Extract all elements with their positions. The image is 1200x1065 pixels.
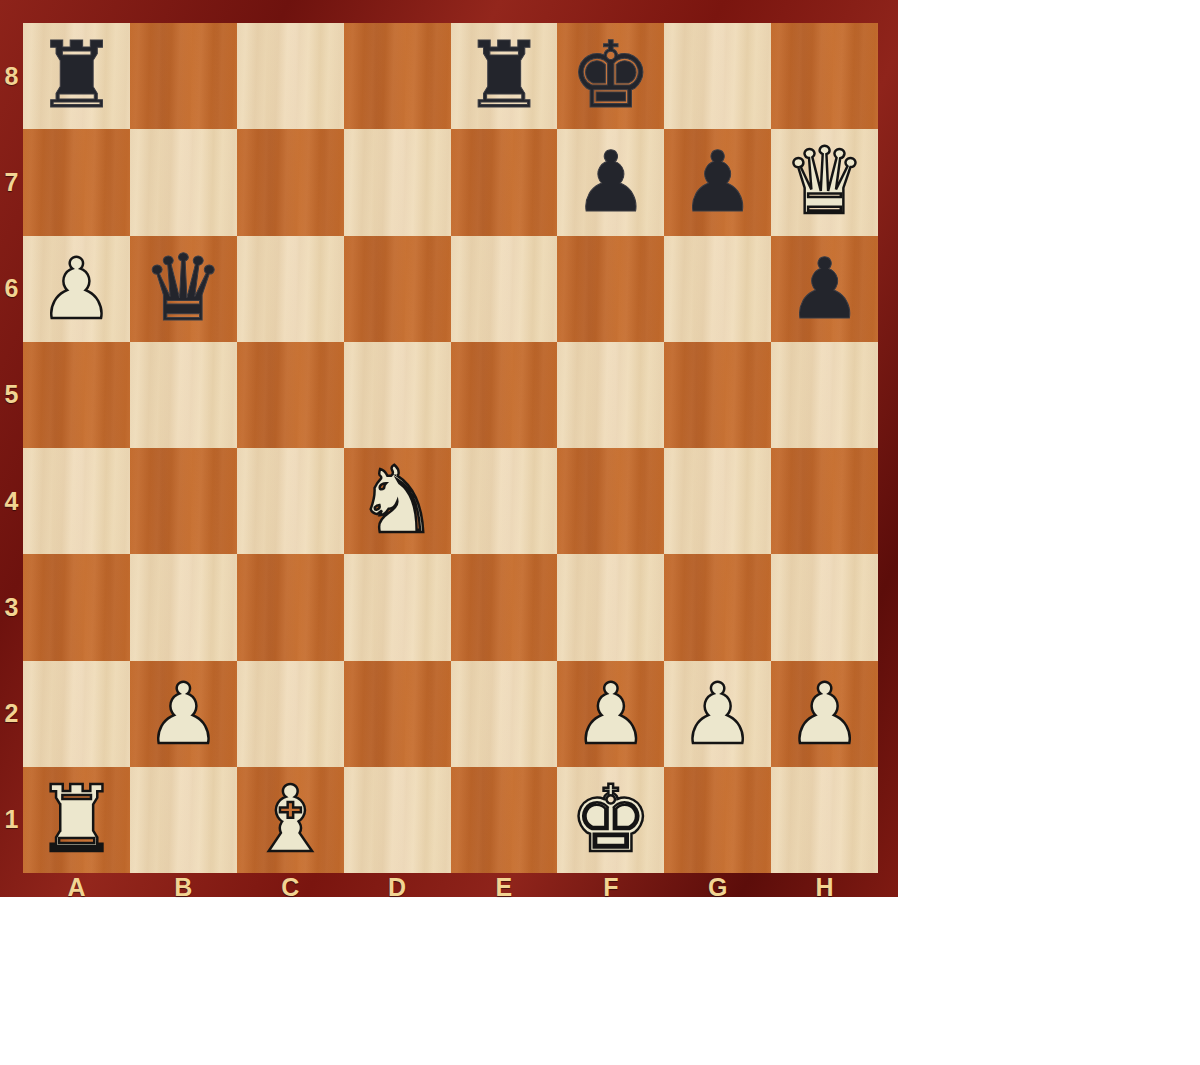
chess-board: ♜♜♚♟♟♛♟♛♟♞♟♟♟♟♜♝♚ bbox=[23, 23, 878, 873]
square-c2[interactable] bbox=[237, 661, 344, 767]
square-b2[interactable]: ♟ bbox=[130, 661, 237, 767]
square-g1[interactable] bbox=[664, 767, 771, 873]
piece-white-king-f1[interactable]: ♚ bbox=[570, 774, 652, 866]
piece-white-pawn-f2[interactable]: ♟ bbox=[573, 672, 648, 756]
square-e5[interactable] bbox=[451, 342, 558, 448]
chess-diagram: 87654321 ♜♜♚♟♟♛♟♛♟♞♟♟♟♟♜♝♚ ABCDEFGH bbox=[0, 0, 898, 897]
piece-black-queen-b6[interactable]: ♛ bbox=[142, 243, 224, 335]
square-e7[interactable] bbox=[451, 129, 558, 235]
rank-label-4: 4 bbox=[0, 448, 23, 554]
square-h3[interactable] bbox=[771, 554, 878, 660]
square-h2[interactable]: ♟ bbox=[771, 661, 878, 767]
square-c7[interactable] bbox=[237, 129, 344, 235]
square-c4[interactable] bbox=[237, 448, 344, 554]
square-a5[interactable] bbox=[23, 342, 130, 448]
square-f5[interactable] bbox=[557, 342, 664, 448]
square-d7[interactable] bbox=[344, 129, 451, 235]
square-g8[interactable] bbox=[664, 23, 771, 129]
file-labels: ABCDEFGH bbox=[23, 873, 878, 897]
square-f2[interactable]: ♟ bbox=[557, 661, 664, 767]
page-background: 87654321 ♜♜♚♟♟♛♟♛♟♞♟♟♟♟♜♝♚ ABCDEFGH bbox=[0, 0, 1200, 1065]
file-label-c: C bbox=[237, 873, 344, 902]
square-f6[interactable] bbox=[557, 236, 664, 342]
square-a1[interactable]: ♜ bbox=[23, 767, 130, 873]
square-g5[interactable] bbox=[664, 342, 771, 448]
file-label-g: G bbox=[664, 873, 771, 902]
piece-white-pawn-h2[interactable]: ♟ bbox=[787, 672, 862, 756]
square-h8[interactable] bbox=[771, 23, 878, 129]
rank-label-7: 7 bbox=[0, 129, 23, 235]
square-a4[interactable] bbox=[23, 448, 130, 554]
piece-white-rook-a1[interactable]: ♜ bbox=[35, 774, 117, 866]
square-h6[interactable]: ♟ bbox=[771, 236, 878, 342]
piece-black-rook-e8[interactable]: ♜ bbox=[463, 30, 545, 122]
piece-white-knight-d4[interactable]: ♞ bbox=[356, 455, 438, 547]
square-b7[interactable] bbox=[130, 129, 237, 235]
square-g4[interactable] bbox=[664, 448, 771, 554]
square-a2[interactable] bbox=[23, 661, 130, 767]
square-e1[interactable] bbox=[451, 767, 558, 873]
piece-black-pawn-g7[interactable]: ♟ bbox=[680, 140, 755, 224]
square-e2[interactable] bbox=[451, 661, 558, 767]
square-d4[interactable]: ♞ bbox=[344, 448, 451, 554]
square-c5[interactable] bbox=[237, 342, 344, 448]
square-h5[interactable] bbox=[771, 342, 878, 448]
square-a3[interactable] bbox=[23, 554, 130, 660]
square-c8[interactable] bbox=[237, 23, 344, 129]
square-f7[interactable]: ♟ bbox=[557, 129, 664, 235]
piece-white-pawn-a6[interactable]: ♟ bbox=[39, 247, 114, 331]
square-c6[interactable] bbox=[237, 236, 344, 342]
square-g6[interactable] bbox=[664, 236, 771, 342]
file-label-b: B bbox=[130, 873, 237, 902]
square-d2[interactable] bbox=[344, 661, 451, 767]
rank-label-1: 1 bbox=[0, 767, 23, 873]
piece-white-queen-h7[interactable]: ♛ bbox=[783, 136, 865, 228]
piece-black-pawn-f7[interactable]: ♟ bbox=[573, 140, 648, 224]
file-label-h: H bbox=[771, 873, 878, 902]
piece-black-rook-a8[interactable]: ♜ bbox=[35, 30, 117, 122]
square-d5[interactable] bbox=[344, 342, 451, 448]
square-b8[interactable] bbox=[130, 23, 237, 129]
piece-black-king-f8[interactable]: ♚ bbox=[570, 30, 652, 122]
square-b1[interactable] bbox=[130, 767, 237, 873]
square-c1[interactable]: ♝ bbox=[237, 767, 344, 873]
square-a6[interactable]: ♟ bbox=[23, 236, 130, 342]
square-d8[interactable] bbox=[344, 23, 451, 129]
square-e8[interactable]: ♜ bbox=[451, 23, 558, 129]
square-d1[interactable] bbox=[344, 767, 451, 873]
square-g3[interactable] bbox=[664, 554, 771, 660]
piece-black-pawn-h6[interactable]: ♟ bbox=[787, 247, 862, 331]
square-h7[interactable]: ♛ bbox=[771, 129, 878, 235]
file-label-a: A bbox=[23, 873, 130, 902]
square-b3[interactable] bbox=[130, 554, 237, 660]
square-c3[interactable] bbox=[237, 554, 344, 660]
rank-label-5: 5 bbox=[0, 342, 23, 448]
square-b5[interactable] bbox=[130, 342, 237, 448]
square-b4[interactable] bbox=[130, 448, 237, 554]
square-b6[interactable]: ♛ bbox=[130, 236, 237, 342]
square-d3[interactable] bbox=[344, 554, 451, 660]
square-a8[interactable]: ♜ bbox=[23, 23, 130, 129]
square-e4[interactable] bbox=[451, 448, 558, 554]
piece-white-pawn-b2[interactable]: ♟ bbox=[146, 672, 221, 756]
square-h1[interactable] bbox=[771, 767, 878, 873]
piece-white-bishop-c1[interactable]: ♝ bbox=[249, 774, 331, 866]
square-f3[interactable] bbox=[557, 554, 664, 660]
square-f4[interactable] bbox=[557, 448, 664, 554]
file-label-f: F bbox=[557, 873, 664, 902]
square-g7[interactable]: ♟ bbox=[664, 129, 771, 235]
square-e6[interactable] bbox=[451, 236, 558, 342]
square-d6[interactable] bbox=[344, 236, 451, 342]
file-label-d: D bbox=[344, 873, 451, 902]
file-label-e: E bbox=[451, 873, 558, 902]
square-f8[interactable]: ♚ bbox=[557, 23, 664, 129]
piece-white-pawn-g2[interactable]: ♟ bbox=[680, 672, 755, 756]
square-f1[interactable]: ♚ bbox=[557, 767, 664, 873]
square-e3[interactable] bbox=[451, 554, 558, 660]
rank-label-2: 2 bbox=[0, 661, 23, 767]
square-a7[interactable] bbox=[23, 129, 130, 235]
rank-labels: 87654321 bbox=[0, 23, 23, 873]
square-h4[interactable] bbox=[771, 448, 878, 554]
square-g2[interactable]: ♟ bbox=[664, 661, 771, 767]
rank-label-3: 3 bbox=[0, 554, 23, 660]
rank-label-8: 8 bbox=[0, 23, 23, 129]
rank-label-6: 6 bbox=[0, 236, 23, 342]
